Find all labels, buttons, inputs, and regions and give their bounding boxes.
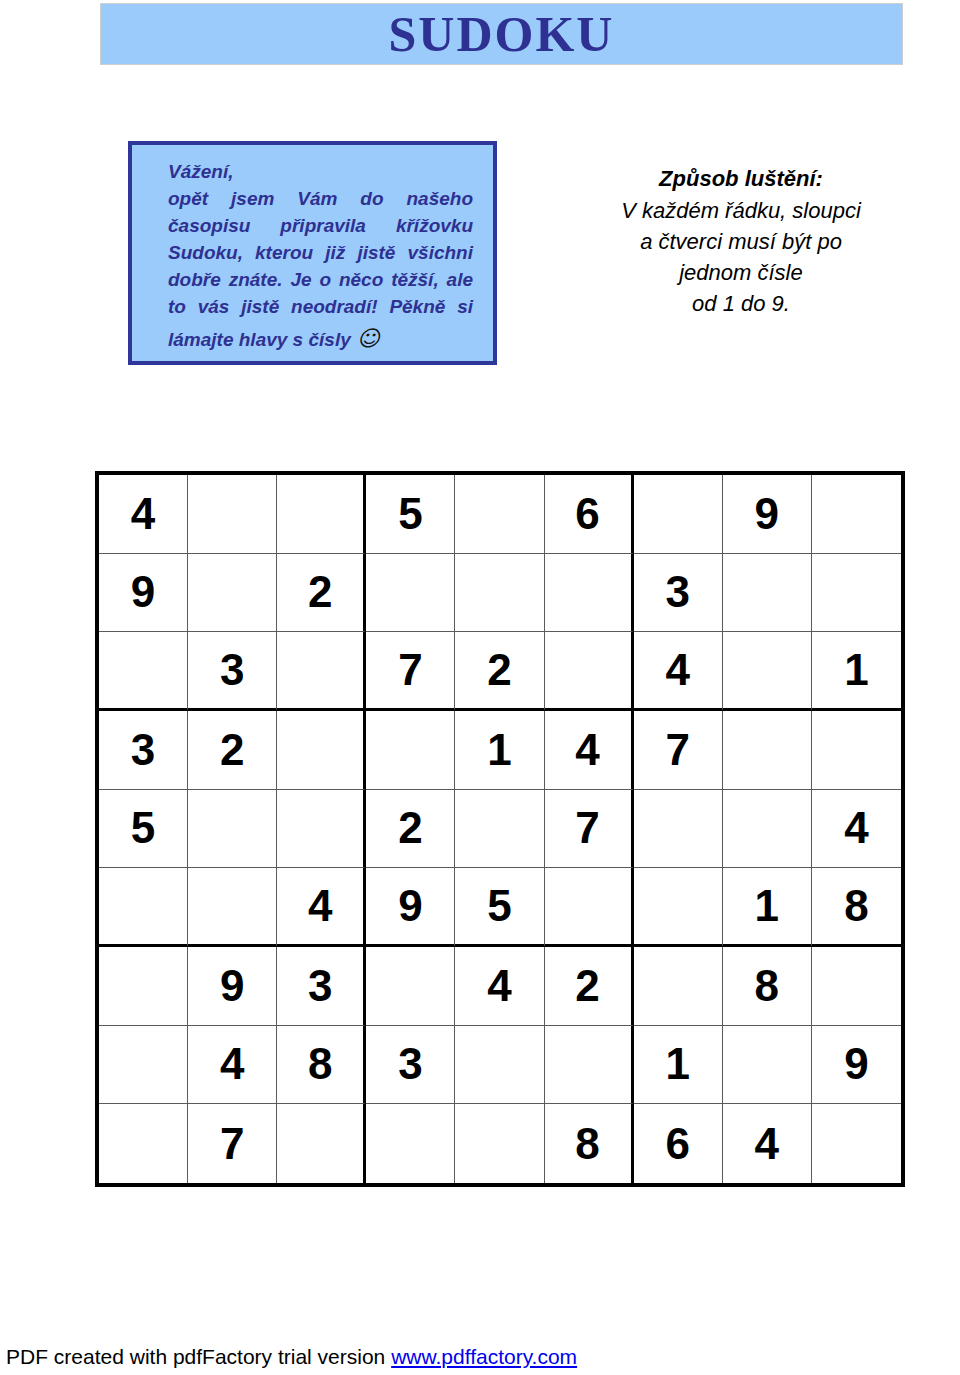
footer-link[interactable]: www.pdffactory.com	[391, 1345, 577, 1368]
cell-r2c7: 3	[634, 554, 723, 633]
cell-r5c6: 7	[545, 790, 634, 869]
cell-r4c2: 2	[188, 711, 277, 790]
cell-r4c6: 4	[545, 711, 634, 790]
cell-r6c4: 9	[366, 868, 455, 947]
cell-r1c5	[455, 475, 544, 554]
cell-r5c4: 2	[366, 790, 455, 869]
cell-r8c8	[723, 1026, 812, 1105]
cell-r2c1: 9	[99, 554, 188, 633]
instructions-line: a čtverci musí být po	[595, 226, 887, 257]
footer: PDF created with pdfFactory trial versio…	[6, 1345, 577, 1369]
sudoku-grid: 4569923372413214752744951893428483197864	[95, 471, 905, 1187]
intro-line-text: lámajte hlavy s čísly	[168, 329, 351, 350]
cell-r8c9: 9	[812, 1026, 901, 1105]
cell-r1c3	[277, 475, 366, 554]
cell-r1c1: 4	[99, 475, 188, 554]
cell-r1c6: 6	[545, 475, 634, 554]
cell-r6c3: 4	[277, 868, 366, 947]
cell-r7c4	[366, 947, 455, 1026]
title-banner: SUDOKU	[100, 3, 903, 65]
cell-r6c9: 8	[812, 868, 901, 947]
cell-r4c5: 1	[455, 711, 544, 790]
cell-r5c2	[188, 790, 277, 869]
cell-r8c7: 1	[634, 1026, 723, 1105]
cell-r2c8	[723, 554, 812, 633]
cell-r4c9	[812, 711, 901, 790]
cell-r5c1: 5	[99, 790, 188, 869]
cell-r7c9	[812, 947, 901, 1026]
cell-r3c6	[545, 632, 634, 711]
cell-r9c6: 8	[545, 1104, 634, 1183]
cell-r7c5: 4	[455, 947, 544, 1026]
cell-r5c9: 4	[812, 790, 901, 869]
cell-r3c7: 4	[634, 632, 723, 711]
intro-line: Sudoku, kterou již jistě všichni	[168, 239, 473, 266]
cell-r6c8: 1	[723, 868, 812, 947]
cell-r6c6	[545, 868, 634, 947]
cell-r8c4: 3	[366, 1026, 455, 1105]
cell-r2c4	[366, 554, 455, 633]
cell-r9c4	[366, 1104, 455, 1183]
cell-r2c5	[455, 554, 544, 633]
intro-line: to vás jistě neodradí! Pěkně si	[168, 293, 473, 320]
cell-r3c5: 2	[455, 632, 544, 711]
cell-r3c8	[723, 632, 812, 711]
cell-r5c7	[634, 790, 723, 869]
intro-line: Vážení,	[168, 158, 473, 185]
cell-r5c8	[723, 790, 812, 869]
cell-r9c7: 6	[634, 1104, 723, 1183]
page-title: SUDOKU	[389, 5, 615, 63]
cell-r9c2: 7	[188, 1104, 277, 1183]
intro-line: lámajte hlavy s čísly☺	[168, 325, 473, 353]
cell-r4c8	[723, 711, 812, 790]
cell-r2c9	[812, 554, 901, 633]
cell-r1c8: 9	[723, 475, 812, 554]
instructions-heading: Způsob luštění:	[595, 163, 887, 194]
cell-r1c4: 5	[366, 475, 455, 554]
cell-r7c1	[99, 947, 188, 1026]
cell-r8c5	[455, 1026, 544, 1105]
cell-r4c1: 3	[99, 711, 188, 790]
cell-r2c6	[545, 554, 634, 633]
cell-r4c4	[366, 711, 455, 790]
cell-r7c6: 2	[545, 947, 634, 1026]
cell-r5c5	[455, 790, 544, 869]
cell-r6c5: 5	[455, 868, 544, 947]
cell-r9c5	[455, 1104, 544, 1183]
cell-r2c3: 2	[277, 554, 366, 633]
cell-r5c3	[277, 790, 366, 869]
instructions-line: od 1 do 9.	[595, 288, 887, 319]
cell-r7c2: 9	[188, 947, 277, 1026]
intro-line: opět jsem Vám do našeho	[168, 185, 473, 212]
intro-box: Vážení, opět jsem Vám do našeho časopisu…	[128, 141, 497, 365]
cell-r9c9	[812, 1104, 901, 1183]
cell-r7c3: 3	[277, 947, 366, 1026]
cell-r7c7	[634, 947, 723, 1026]
cell-r3c4: 7	[366, 632, 455, 711]
intro-line: časopisu připravila křížovku	[168, 212, 473, 239]
smiley-icon: ☺	[357, 326, 380, 351]
cell-r6c2	[188, 868, 277, 947]
instructions-line: V každém řádku, sloupci	[595, 195, 887, 226]
cell-r9c8: 4	[723, 1104, 812, 1183]
cell-r9c3	[277, 1104, 366, 1183]
cell-r3c9: 1	[812, 632, 901, 711]
cell-r4c3	[277, 711, 366, 790]
footer-text: PDF created with pdfFactory trial versio…	[6, 1345, 391, 1368]
instructions: Způsob luštění: V každém řádku, sloupci …	[595, 163, 887, 319]
cell-r8c2: 4	[188, 1026, 277, 1105]
cell-r6c1	[99, 868, 188, 947]
cell-r8c3: 8	[277, 1026, 366, 1105]
cell-r4c7: 7	[634, 711, 723, 790]
cell-r1c2	[188, 475, 277, 554]
cell-r8c6	[545, 1026, 634, 1105]
cell-r8c1	[99, 1026, 188, 1105]
cell-r1c7	[634, 475, 723, 554]
intro-line: dobře znáte. Je o něco těžší, ale	[168, 266, 473, 293]
cell-r3c2: 3	[188, 632, 277, 711]
cell-r9c1	[99, 1104, 188, 1183]
cell-r3c1	[99, 632, 188, 711]
cell-r1c9	[812, 475, 901, 554]
cell-r2c2	[188, 554, 277, 633]
cell-r6c7	[634, 868, 723, 947]
cell-r3c3	[277, 632, 366, 711]
cell-r7c8: 8	[723, 947, 812, 1026]
instructions-line: jednom čísle	[595, 257, 887, 288]
pdf-page: SUDOKU Vážení, opět jsem Vám do našeho č…	[0, 0, 960, 1375]
